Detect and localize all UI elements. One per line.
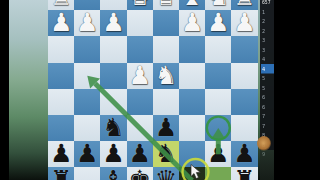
square-d8[interactable] xyxy=(153,167,179,180)
square-a8[interactable] xyxy=(231,167,257,180)
square-f5[interactable] xyxy=(100,89,126,115)
square-a4[interactable] xyxy=(231,63,257,89)
background-photo-left xyxy=(9,0,48,180)
square-e5[interactable] xyxy=(127,89,153,115)
square-h4[interactable] xyxy=(48,63,74,89)
move-list-item[interactable]: 2 xyxy=(261,26,274,36)
square-g7[interactable] xyxy=(74,141,100,167)
move-list-item[interactable]: 6 xyxy=(261,93,274,103)
square-b8[interactable] xyxy=(205,167,231,180)
move-list-item[interactable]: 5 xyxy=(261,83,274,93)
move-list-item[interactable]: 3 xyxy=(261,36,274,46)
square-c1[interactable] xyxy=(179,0,205,10)
letterbox-left xyxy=(0,0,9,180)
square-a3[interactable] xyxy=(231,36,257,62)
square-f4[interactable] xyxy=(100,63,126,89)
square-b7[interactable] xyxy=(205,141,231,167)
square-g4[interactable] xyxy=(74,63,100,89)
square-d4[interactable] xyxy=(153,63,179,89)
panel-photo-bottom xyxy=(260,150,275,180)
square-h3[interactable] xyxy=(48,36,74,62)
square-e8[interactable] xyxy=(127,167,153,180)
square-c3[interactable] xyxy=(179,36,205,62)
square-c4[interactable] xyxy=(179,63,205,89)
square-c8[interactable] xyxy=(179,167,205,180)
chess-board[interactable] xyxy=(48,0,258,180)
square-a5[interactable] xyxy=(231,89,257,115)
square-h1[interactable] xyxy=(48,0,74,10)
panel-thumbnail xyxy=(257,136,271,151)
square-g6[interactable] xyxy=(74,115,100,141)
square-g8[interactable] xyxy=(74,167,100,180)
square-d5[interactable] xyxy=(153,89,179,115)
square-e4[interactable] xyxy=(127,63,153,89)
move-list-item[interactable]: 4 xyxy=(261,55,274,65)
letterbox-right xyxy=(274,0,320,180)
move-list-item[interactable]: 2 xyxy=(261,17,274,27)
square-e3[interactable] xyxy=(127,36,153,62)
square-a7[interactable] xyxy=(231,141,257,167)
square-f3[interactable] xyxy=(100,36,126,62)
square-b5[interactable] xyxy=(205,89,231,115)
square-h8[interactable] xyxy=(48,167,74,180)
move-list-item[interactable]: 3 xyxy=(261,45,274,55)
square-h7[interactable] xyxy=(48,141,74,167)
square-a6[interactable] xyxy=(231,115,257,141)
square-d2[interactable] xyxy=(153,10,179,36)
square-e1[interactable] xyxy=(127,0,153,10)
square-c5[interactable] xyxy=(179,89,205,115)
square-c2[interactable] xyxy=(179,10,205,36)
square-c7[interactable] xyxy=(179,141,205,167)
video-frame: ♜♚♛♝♞♜♟♟♟♟♟♟♟♞♜♝♚♛♜♟♟♟♟♟♟♟♞♞ 657 1223344… xyxy=(0,0,320,180)
square-g1[interactable] xyxy=(74,0,100,10)
square-h5[interactable] xyxy=(48,89,74,115)
square-h6[interactable] xyxy=(48,115,74,141)
move-list-item[interactable]: 4 xyxy=(261,64,274,74)
move-list-item[interactable]: 1 xyxy=(261,7,274,17)
square-d1[interactable] xyxy=(153,0,179,10)
square-b2[interactable] xyxy=(205,10,231,36)
square-h2[interactable] xyxy=(48,10,74,36)
square-e7[interactable] xyxy=(127,141,153,167)
square-g3[interactable] xyxy=(74,36,100,62)
square-f8[interactable] xyxy=(100,167,126,180)
square-f6[interactable] xyxy=(100,115,126,141)
square-b6[interactable] xyxy=(205,115,231,141)
move-list-item[interactable]: 5 xyxy=(261,74,274,84)
square-d7[interactable] xyxy=(153,141,179,167)
square-e6[interactable] xyxy=(127,115,153,141)
square-g5[interactable] xyxy=(74,89,100,115)
move-list-item[interactable]: 7 xyxy=(261,112,274,122)
square-f7[interactable] xyxy=(100,141,126,167)
square-a1[interactable] xyxy=(231,0,257,10)
square-b3[interactable] xyxy=(205,36,231,62)
square-b4[interactable] xyxy=(205,63,231,89)
square-a2[interactable] xyxy=(231,10,257,36)
square-e2[interactable] xyxy=(127,10,153,36)
square-b1[interactable] xyxy=(205,0,231,10)
square-c6[interactable] xyxy=(179,115,205,141)
move-list-item[interactable]: 7 xyxy=(261,121,274,131)
move-counter: 657 xyxy=(262,0,271,5)
notation-panel: 657 1223344556677889 xyxy=(260,0,275,180)
square-d6[interactable] xyxy=(153,115,179,141)
square-g2[interactable] xyxy=(74,10,100,36)
move-list-item[interactable]: 6 xyxy=(261,102,274,112)
square-f2[interactable] xyxy=(100,10,126,36)
square-f1[interactable] xyxy=(100,0,126,10)
square-d3[interactable] xyxy=(153,36,179,62)
